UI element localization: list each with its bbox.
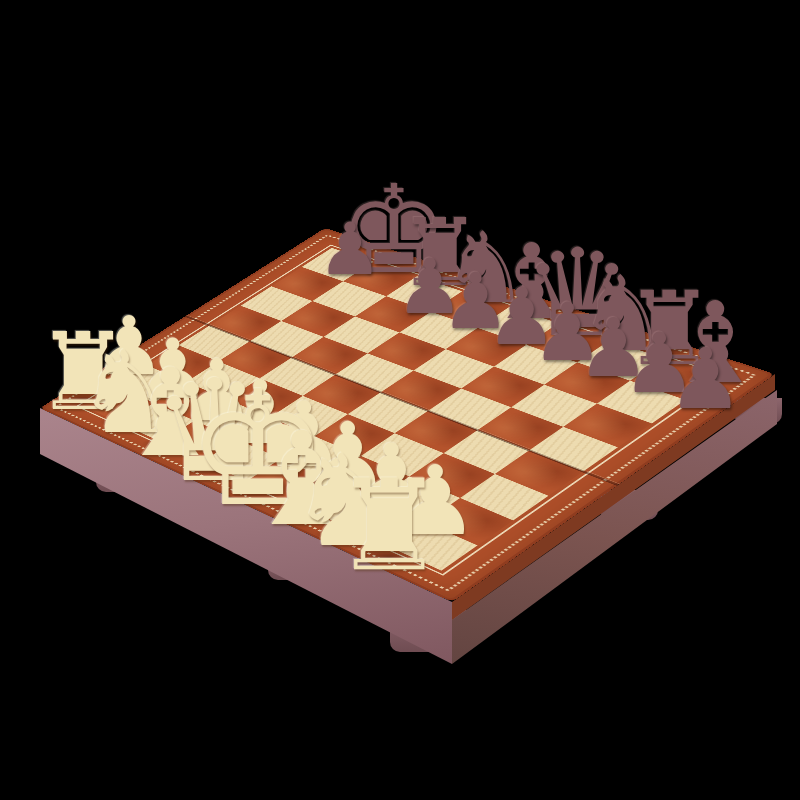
- black-pawn-a7: ♟: [318, 213, 383, 285]
- black-pawn-h7: ♟: [668, 337, 743, 421]
- white-rook-h1: ♜: [333, 463, 445, 588]
- chess-set-photo: ♚♜♞♝♛♞♜♝♟♟♟♟♟♟♟♟♟♟♟♟♟♟♟♟♜♞♝♛♚♝♞♜: [0, 0, 800, 800]
